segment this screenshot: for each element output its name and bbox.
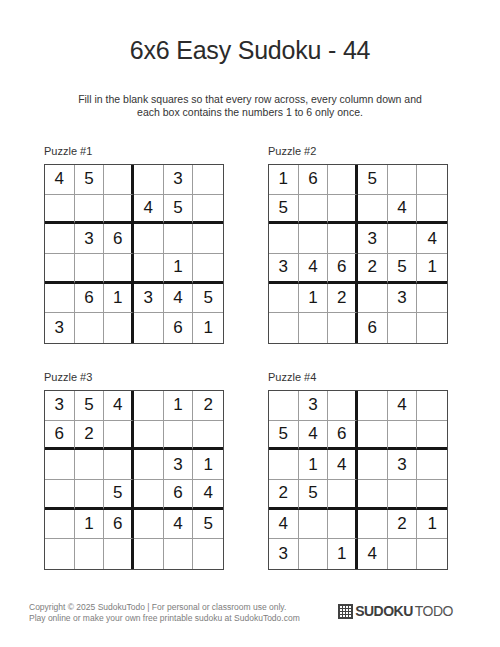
cell-r3c4 bbox=[134, 450, 164, 480]
cell-r3c5 bbox=[164, 224, 194, 254]
puzzle-3: Puzzle #3 3541262315641645 bbox=[44, 371, 224, 570]
cell-r6c6 bbox=[417, 313, 447, 343]
cell-r3c3: 4 bbox=[328, 450, 358, 480]
instructions-line-2: each box contains the numbers 1 to 6 onl… bbox=[0, 106, 500, 119]
cell-r1c5: 3 bbox=[164, 165, 194, 195]
cell-r3c2: 1 bbox=[299, 450, 329, 480]
cell-r5c4 bbox=[358, 510, 388, 540]
cell-r6c1: 3 bbox=[45, 313, 75, 343]
footer-copyright: Copyright © 2025 SudokuTodo | For person… bbox=[29, 602, 300, 624]
cell-r6c2 bbox=[75, 539, 105, 569]
sudoku-grid-icon bbox=[338, 604, 353, 619]
page-title: 6x6 Easy Sudoku - 44 bbox=[0, 36, 500, 65]
cell-r1c6 bbox=[417, 165, 447, 195]
puzzle-label: Puzzle #2 bbox=[268, 145, 448, 157]
cell-r1c1: 4 bbox=[45, 165, 75, 195]
cell-r2c6 bbox=[417, 195, 447, 225]
puzzle-label: Puzzle #4 bbox=[268, 371, 448, 383]
cell-r1c3 bbox=[328, 165, 358, 195]
cell-r2c3 bbox=[104, 195, 134, 225]
cell-r5c3: 6 bbox=[104, 510, 134, 540]
cell-r2c3 bbox=[104, 421, 134, 451]
sudoku-board-2: 16554343462511236 bbox=[268, 164, 448, 344]
cell-r2c2 bbox=[75, 195, 105, 225]
puzzle-4: Puzzle #4 3454614325421314 bbox=[268, 371, 448, 570]
cell-r6c5 bbox=[164, 539, 194, 569]
cell-r4c6 bbox=[193, 254, 223, 284]
cell-r4c5 bbox=[388, 480, 418, 510]
cell-r4c4: 2 bbox=[358, 254, 388, 284]
puzzle-label: Puzzle #1 bbox=[44, 145, 224, 157]
cell-r4c3: 6 bbox=[328, 254, 358, 284]
logo-text-bold: SUDOKU bbox=[355, 603, 413, 619]
cell-r6c4: 6 bbox=[358, 313, 388, 343]
cell-r2c1: 5 bbox=[269, 421, 299, 451]
cell-r6c1 bbox=[45, 539, 75, 569]
cell-r6c4: 4 bbox=[358, 539, 388, 569]
cell-r4c3 bbox=[104, 254, 134, 284]
cell-r3c6: 4 bbox=[417, 224, 447, 254]
cell-r3c5: 3 bbox=[388, 450, 418, 480]
footer-copyright-line-2: Play online or make your own free printa… bbox=[29, 613, 300, 624]
cell-r3c1 bbox=[45, 450, 75, 480]
cell-r2c4 bbox=[134, 421, 164, 451]
cell-r6c3 bbox=[104, 313, 134, 343]
cell-r6c1: 3 bbox=[269, 539, 299, 569]
sudoku-board-4: 3454614325421314 bbox=[268, 390, 448, 570]
cell-r4c5: 6 bbox=[164, 480, 194, 510]
cell-r4c4 bbox=[134, 254, 164, 284]
cell-r5c4 bbox=[134, 510, 164, 540]
cell-r5c3 bbox=[328, 510, 358, 540]
cell-r3c3 bbox=[104, 450, 134, 480]
cell-r1c2: 5 bbox=[75, 391, 105, 421]
instructions: Fill in the blank squares so that every … bbox=[0, 93, 500, 119]
cell-r6c2 bbox=[75, 313, 105, 343]
cell-r1c3 bbox=[104, 165, 134, 195]
cell-r2c5 bbox=[388, 421, 418, 451]
cell-r5c1 bbox=[269, 284, 299, 314]
cell-r2c3 bbox=[328, 195, 358, 225]
cell-r2c4 bbox=[358, 421, 388, 451]
cell-r5c6: 1 bbox=[417, 510, 447, 540]
cell-r3c5: 3 bbox=[164, 450, 194, 480]
cell-r6c6: 1 bbox=[193, 313, 223, 343]
cell-r4c2: 5 bbox=[299, 480, 329, 510]
cell-r6c3: 1 bbox=[328, 539, 358, 569]
cell-r6c5 bbox=[388, 539, 418, 569]
cell-r5c3: 2 bbox=[328, 284, 358, 314]
instructions-line-1: Fill in the blank squares so that every … bbox=[0, 93, 500, 106]
cell-r4c2 bbox=[75, 254, 105, 284]
cell-r3c4: 3 bbox=[358, 224, 388, 254]
cell-r2c2: 2 bbox=[75, 421, 105, 451]
cell-r1c1: 1 bbox=[269, 165, 299, 195]
cell-r5c2: 1 bbox=[75, 510, 105, 540]
cell-r3c1 bbox=[45, 224, 75, 254]
cell-r4c6 bbox=[417, 480, 447, 510]
cell-r4c5: 5 bbox=[388, 254, 418, 284]
cell-r3c2 bbox=[75, 450, 105, 480]
cell-r5c5: 4 bbox=[164, 284, 194, 314]
cell-r6c4 bbox=[134, 313, 164, 343]
cell-r1c6 bbox=[417, 391, 447, 421]
cell-r6c3 bbox=[328, 313, 358, 343]
cell-r3c4 bbox=[134, 224, 164, 254]
cell-r2c3: 6 bbox=[328, 421, 358, 451]
cell-r2c1: 5 bbox=[269, 195, 299, 225]
cell-r2c2 bbox=[299, 195, 329, 225]
sudoku-board-3: 3541262315641645 bbox=[44, 390, 224, 570]
cell-r5c4: 3 bbox=[134, 284, 164, 314]
cell-r6c5 bbox=[388, 313, 418, 343]
cell-r5c1 bbox=[45, 510, 75, 540]
cell-r3c2: 3 bbox=[75, 224, 105, 254]
puzzle-1: Puzzle #1 4534536161345361 bbox=[44, 145, 224, 344]
cell-r2c6 bbox=[417, 421, 447, 451]
cell-r4c6: 1 bbox=[417, 254, 447, 284]
cell-r3c3: 6 bbox=[104, 224, 134, 254]
cell-r3c6: 1 bbox=[193, 450, 223, 480]
cell-r3c1 bbox=[269, 450, 299, 480]
cell-r3c4 bbox=[358, 450, 388, 480]
cell-r6c6 bbox=[417, 539, 447, 569]
cell-r1c3 bbox=[328, 391, 358, 421]
cell-r6c1 bbox=[269, 313, 299, 343]
cell-r5c5: 2 bbox=[388, 510, 418, 540]
cell-r3c3 bbox=[328, 224, 358, 254]
cell-r1c2: 6 bbox=[299, 165, 329, 195]
cell-r2c4: 4 bbox=[134, 195, 164, 225]
cell-r5c6: 5 bbox=[193, 510, 223, 540]
cell-r4c4 bbox=[358, 480, 388, 510]
cell-r5c4 bbox=[358, 284, 388, 314]
cell-r3c1 bbox=[269, 224, 299, 254]
cell-r4c6: 4 bbox=[193, 480, 223, 510]
cell-r1c5: 1 bbox=[164, 391, 194, 421]
puzzle-label: Puzzle #3 bbox=[44, 371, 224, 383]
cell-r6c4 bbox=[134, 539, 164, 569]
cell-r1c2: 5 bbox=[75, 165, 105, 195]
cell-r5c6 bbox=[417, 284, 447, 314]
cell-r2c2: 4 bbox=[299, 421, 329, 451]
cell-r4c2 bbox=[75, 480, 105, 510]
cell-r3c2 bbox=[299, 224, 329, 254]
logo-text-light: TODO bbox=[415, 603, 453, 619]
cell-r5c1: 4 bbox=[269, 510, 299, 540]
sudoku-board-1: 4534536161345361 bbox=[44, 164, 224, 344]
cell-r2c6 bbox=[193, 421, 223, 451]
cell-r3c6 bbox=[193, 224, 223, 254]
cell-r6c6 bbox=[193, 539, 223, 569]
cell-r2c5: 5 bbox=[164, 195, 194, 225]
cell-r3c6 bbox=[417, 450, 447, 480]
cell-r6c3 bbox=[104, 539, 134, 569]
cell-r4c4 bbox=[134, 480, 164, 510]
cell-r1c4 bbox=[358, 391, 388, 421]
cell-r2c5: 4 bbox=[388, 195, 418, 225]
cell-r2c1 bbox=[45, 195, 75, 225]
puzzle-2: Puzzle #2 16554343462511236 bbox=[268, 145, 448, 344]
cell-r2c6 bbox=[193, 195, 223, 225]
cell-r4c5: 1 bbox=[164, 254, 194, 284]
cell-r4c3 bbox=[328, 480, 358, 510]
cell-r6c5: 6 bbox=[164, 313, 194, 343]
cell-r4c1: 3 bbox=[269, 254, 299, 284]
cell-r1c4 bbox=[134, 165, 164, 195]
cell-r5c3: 1 bbox=[104, 284, 134, 314]
cell-r2c1: 6 bbox=[45, 421, 75, 451]
cell-r5c2: 6 bbox=[75, 284, 105, 314]
cell-r1c2: 3 bbox=[299, 391, 329, 421]
cell-r6c2 bbox=[299, 313, 329, 343]
cell-r4c2: 4 bbox=[299, 254, 329, 284]
cell-r1c4 bbox=[134, 391, 164, 421]
cell-r4c1 bbox=[45, 480, 75, 510]
cell-r1c3: 4 bbox=[104, 391, 134, 421]
cell-r5c1 bbox=[45, 284, 75, 314]
cell-r1c1 bbox=[269, 391, 299, 421]
cell-r5c5: 3 bbox=[388, 284, 418, 314]
cell-r5c5: 4 bbox=[164, 510, 194, 540]
cell-r1c5 bbox=[388, 165, 418, 195]
cell-r5c2 bbox=[299, 510, 329, 540]
cell-r4c3: 5 bbox=[104, 480, 134, 510]
cell-r4c1: 2 bbox=[269, 480, 299, 510]
cell-r1c5: 4 bbox=[388, 391, 418, 421]
cell-r3c5 bbox=[388, 224, 418, 254]
cell-r2c5 bbox=[164, 421, 194, 451]
cell-r2c4 bbox=[358, 195, 388, 225]
cell-r4c1 bbox=[45, 254, 75, 284]
cell-r5c6: 5 bbox=[193, 284, 223, 314]
footer-copyright-line-1: Copyright © 2025 SudokuTodo | For person… bbox=[29, 602, 300, 613]
cell-r6c2 bbox=[299, 539, 329, 569]
sudokutodo-logo: SUDOKU TODO bbox=[338, 602, 453, 620]
cell-r1c6 bbox=[193, 165, 223, 195]
cell-r1c6: 2 bbox=[193, 391, 223, 421]
printable-sudoku-page: 6x6 Easy Sudoku - 44 Fill in the blank s… bbox=[0, 0, 500, 647]
cell-r1c1: 3 bbox=[45, 391, 75, 421]
cell-r1c4: 5 bbox=[358, 165, 388, 195]
cell-r5c2: 1 bbox=[299, 284, 329, 314]
